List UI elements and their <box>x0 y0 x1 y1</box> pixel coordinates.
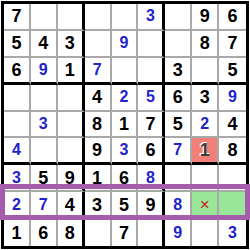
cell-r9c3[interactable]: 8 <box>58 219 85 246</box>
cell-r8c7[interactable]: 8 <box>165 192 192 219</box>
cell-r5c1[interactable] <box>4 112 31 139</box>
cell-r7c3[interactable]: 9 <box>58 165 85 192</box>
cell-r2c6[interactable] <box>138 31 165 58</box>
cell-r5c8[interactable]: 2 <box>192 112 219 139</box>
cell-r3c7[interactable]: 3 <box>165 58 192 85</box>
cell-r8c1[interactable]: 2 <box>4 192 31 219</box>
cell-r7c2[interactable]: 5 <box>31 165 58 192</box>
cell-r6c5[interactable]: 3 <box>112 138 139 165</box>
cell-r3c9[interactable]: 5 <box>219 58 246 85</box>
cell-r7c6[interactable]: 8 <box>138 165 165 192</box>
cell-r7c7[interactable] <box>165 165 192 192</box>
cell-r7c5[interactable]: 6 <box>112 165 139 192</box>
cell-r5c3[interactable] <box>58 112 85 139</box>
cell-r5c5[interactable]: 1 <box>112 112 139 139</box>
cell-r2c4[interactable] <box>85 31 112 58</box>
cell-r9c4[interactable] <box>85 219 112 246</box>
cell-r5c6[interactable]: 7 <box>138 112 165 139</box>
cell-r9c2[interactable]: 6 <box>31 219 58 246</box>
cell-r6c9[interactable]: 8 <box>219 138 246 165</box>
cell-r4c9[interactable]: 9 <box>219 85 246 112</box>
cell-r2c3[interactable]: 3 <box>58 31 85 58</box>
cell-r1c5[interactable] <box>112 4 139 31</box>
cell-r4c6[interactable]: 5 <box>138 85 165 112</box>
cell-r8c6[interactable]: 9 <box>138 192 165 219</box>
cell-r7c8[interactable] <box>192 165 219 192</box>
cell-r5c2[interactable]: 3 <box>31 112 58 139</box>
cell-r7c9[interactable] <box>219 165 246 192</box>
cell-r3c3[interactable]: 1 <box>58 58 85 85</box>
cell-r1c3[interactable] <box>58 4 85 31</box>
cell-r4c8[interactable]: 3 <box>192 85 219 112</box>
cell-r8c4[interactable]: 3 <box>85 192 112 219</box>
cell-r4c1[interactable] <box>4 85 31 112</box>
cell-r8c5[interactable]: 5 <box>112 192 139 219</box>
cell-r2c9[interactable]: 7 <box>219 31 246 58</box>
cell-r6c6[interactable]: 6 <box>138 138 165 165</box>
cell-r8c2[interactable]: 7 <box>31 192 58 219</box>
cell-r8c9[interactable] <box>219 192 246 219</box>
sudoku-app: 7396543987691735425639381752449367183591… <box>0 0 250 250</box>
cell-r6c1[interactable]: 4 <box>4 138 31 165</box>
cell-r9c5[interactable]: 7 <box>112 219 139 246</box>
cell-r7c1[interactable]: 3 <box>4 165 31 192</box>
cell-r1c6[interactable]: 3 <box>138 4 165 31</box>
cell-r5c9[interactable]: 4 <box>219 112 246 139</box>
cell-r3c1[interactable]: 6 <box>4 58 31 85</box>
cell-r9c8[interactable] <box>192 219 219 246</box>
cell-r4c4[interactable]: 4 <box>85 85 112 112</box>
cell-r1c8[interactable]: 9 <box>192 4 219 31</box>
cell-r3c2[interactable]: 9 <box>31 58 58 85</box>
cell-r2c7[interactable] <box>165 31 192 58</box>
cell-r9c7[interactable]: 9 <box>165 219 192 246</box>
cell-r6c8[interactable]: 1 <box>192 138 219 165</box>
cell-r2c5[interactable]: 9 <box>112 31 139 58</box>
cell-r3c5[interactable] <box>112 58 139 85</box>
cell-r1c4[interactable] <box>85 4 112 31</box>
cell-r1c9[interactable]: 6 <box>219 4 246 31</box>
cell-r1c2[interactable] <box>31 4 58 31</box>
cell-r5c4[interactable]: 8 <box>85 112 112 139</box>
cell-r8c8-x-mark[interactable]: × <box>192 192 219 219</box>
cell-r4c5[interactable]: 2 <box>112 85 139 112</box>
cell-r3c4[interactable]: 7 <box>85 58 112 85</box>
cell-r6c4[interactable]: 9 <box>85 138 112 165</box>
cell-r3c6[interactable] <box>138 58 165 85</box>
cell-r4c7[interactable]: 6 <box>165 85 192 112</box>
cell-r8c3[interactable]: 4 <box>58 192 85 219</box>
cell-r6c2[interactable] <box>31 138 58 165</box>
cell-r7c4[interactable]: 1 <box>85 165 112 192</box>
cell-r2c2[interactable]: 4 <box>31 31 58 58</box>
cell-r1c1[interactable]: 7 <box>4 4 31 31</box>
cell-r6c7[interactable]: 7 <box>165 138 192 165</box>
cell-r9c6[interactable] <box>138 219 165 246</box>
cell-r4c3[interactable] <box>58 85 85 112</box>
cell-r5c7[interactable]: 5 <box>165 112 192 139</box>
cell-r9c9[interactable]: 3 <box>219 219 246 246</box>
cell-r2c1[interactable]: 5 <box>4 31 31 58</box>
sudoku-board: 7396543987691735425639381752449367183591… <box>1 1 249 249</box>
cell-r1c7[interactable] <box>165 4 192 31</box>
cell-r2c8[interactable]: 8 <box>192 31 219 58</box>
cell-r3c8[interactable] <box>192 58 219 85</box>
cell-r9c1[interactable]: 1 <box>4 219 31 246</box>
cell-r4c2[interactable] <box>31 85 58 112</box>
cell-r6c3[interactable] <box>58 138 85 165</box>
